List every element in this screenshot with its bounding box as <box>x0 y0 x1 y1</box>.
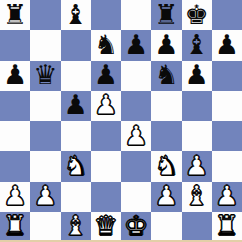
square-f5[interactable] <box>151 91 181 121</box>
piece-black-pawn[interactable]: ♟ <box>185 61 209 88</box>
square-h7[interactable]: ♟ <box>212 30 242 60</box>
piece-black-pawn[interactable]: ♟ <box>154 31 178 58</box>
square-b8[interactable] <box>30 0 60 30</box>
square-e7[interactable]: ♟ <box>121 30 151 60</box>
piece-black-rook[interactable]: ♜ <box>154 1 178 28</box>
chessboard: ♜♝♜♚♞♟♟♝♟♟♛♟♞♟♟♟♟♞♞♟♟♟♟♝♟♜♝♛♚♜ <box>0 0 242 242</box>
piece-white-bishop[interactable]: ♝ <box>64 212 88 239</box>
piece-black-queen[interactable]: ♛ <box>33 61 57 88</box>
piece-black-pawn[interactable]: ♟ <box>64 91 88 118</box>
square-d5[interactable]: ♟ <box>91 91 121 121</box>
piece-black-pawn[interactable]: ♟ <box>215 31 239 58</box>
piece-white-bishop[interactable]: ♝ <box>185 182 209 209</box>
square-f1[interactable] <box>151 212 181 242</box>
piece-black-knight[interactable]: ♞ <box>154 61 178 88</box>
square-f4[interactable] <box>151 121 181 151</box>
square-a8[interactable]: ♜ <box>0 0 30 30</box>
square-c3[interactable]: ♞ <box>61 151 91 181</box>
square-h5[interactable] <box>212 91 242 121</box>
piece-white-pawn[interactable]: ♟ <box>33 182 57 209</box>
square-b7[interactable] <box>30 30 60 60</box>
square-a5[interactable] <box>0 91 30 121</box>
piece-black-pawn[interactable]: ♟ <box>3 61 27 88</box>
square-b6[interactable]: ♛ <box>30 61 60 91</box>
square-g7[interactable]: ♝ <box>182 30 212 60</box>
square-f8[interactable]: ♜ <box>151 0 181 30</box>
square-h8[interactable] <box>212 0 242 30</box>
square-d8[interactable] <box>91 0 121 30</box>
square-e5[interactable] <box>121 91 151 121</box>
square-h3[interactable] <box>212 151 242 181</box>
square-a2[interactable]: ♟ <box>0 182 30 212</box>
square-d6[interactable]: ♟ <box>91 61 121 91</box>
square-g4[interactable] <box>182 121 212 151</box>
square-b5[interactable] <box>30 91 60 121</box>
square-d2[interactable] <box>91 182 121 212</box>
square-c4[interactable] <box>61 121 91 151</box>
square-h1[interactable]: ♜ <box>212 212 242 242</box>
piece-black-pawn[interactable]: ♟ <box>124 31 148 58</box>
piece-white-pawn[interactable]: ♟ <box>154 182 178 209</box>
square-a4[interactable] <box>0 121 30 151</box>
piece-white-king[interactable]: ♚ <box>124 212 148 239</box>
square-e8[interactable] <box>121 0 151 30</box>
square-e4[interactable]: ♟ <box>121 121 151 151</box>
square-c6[interactable] <box>61 61 91 91</box>
square-g5[interactable] <box>182 91 212 121</box>
piece-white-pawn[interactable]: ♟ <box>185 152 209 179</box>
square-g6[interactable]: ♟ <box>182 61 212 91</box>
square-h2[interactable]: ♟ <box>212 182 242 212</box>
piece-white-pawn[interactable]: ♟ <box>215 182 239 209</box>
piece-black-knight[interactable]: ♞ <box>94 31 118 58</box>
square-c8[interactable]: ♝ <box>61 0 91 30</box>
square-a1[interactable]: ♜ <box>0 212 30 242</box>
piece-white-pawn[interactable]: ♟ <box>94 91 118 118</box>
piece-white-queen[interactable]: ♛ <box>94 212 118 239</box>
square-g2[interactable]: ♝ <box>182 182 212 212</box>
piece-black-bishop[interactable]: ♝ <box>64 1 88 28</box>
square-f2[interactable]: ♟ <box>151 182 181 212</box>
piece-black-bishop[interactable]: ♝ <box>185 31 209 58</box>
piece-black-king[interactable]: ♚ <box>185 1 209 28</box>
piece-white-rook[interactable]: ♜ <box>3 212 27 239</box>
square-a7[interactable] <box>0 30 30 60</box>
piece-black-rook[interactable]: ♜ <box>3 1 27 28</box>
square-e6[interactable] <box>121 61 151 91</box>
piece-black-pawn[interactable]: ♟ <box>94 61 118 88</box>
square-f6[interactable]: ♞ <box>151 61 181 91</box>
square-c5[interactable]: ♟ <box>61 91 91 121</box>
square-g1[interactable] <box>182 212 212 242</box>
square-b3[interactable] <box>30 151 60 181</box>
board-grid: ♜♝♜♚♞♟♟♝♟♟♛♟♞♟♟♟♟♞♞♟♟♟♟♝♟♜♝♛♚♜ <box>0 0 242 242</box>
square-f3[interactable]: ♞ <box>151 151 181 181</box>
square-c2[interactable] <box>61 182 91 212</box>
square-b1[interactable] <box>30 212 60 242</box>
square-d7[interactable]: ♞ <box>91 30 121 60</box>
square-a6[interactable]: ♟ <box>0 61 30 91</box>
square-d3[interactable] <box>91 151 121 181</box>
piece-white-rook[interactable]: ♜ <box>215 212 239 239</box>
square-b2[interactable]: ♟ <box>30 182 60 212</box>
square-c7[interactable] <box>61 30 91 60</box>
square-b4[interactable] <box>30 121 60 151</box>
piece-white-pawn[interactable]: ♟ <box>124 122 148 149</box>
square-d1[interactable]: ♛ <box>91 212 121 242</box>
square-e1[interactable]: ♚ <box>121 212 151 242</box>
piece-white-knight[interactable]: ♞ <box>154 152 178 179</box>
square-g8[interactable]: ♚ <box>182 0 212 30</box>
square-h6[interactable] <box>212 61 242 91</box>
square-c1[interactable]: ♝ <box>61 212 91 242</box>
square-a3[interactable] <box>0 151 30 181</box>
square-f7[interactable]: ♟ <box>151 30 181 60</box>
piece-white-knight[interactable]: ♞ <box>64 152 88 179</box>
square-d4[interactable] <box>91 121 121 151</box>
square-h4[interactable] <box>212 121 242 151</box>
square-e3[interactable] <box>121 151 151 181</box>
square-e2[interactable] <box>121 182 151 212</box>
piece-white-pawn[interactable]: ♟ <box>3 182 27 209</box>
square-g3[interactable]: ♟ <box>182 151 212 181</box>
